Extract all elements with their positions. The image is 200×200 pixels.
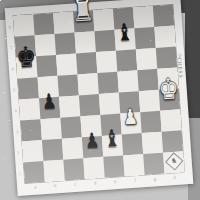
piece-black-bishop-f7[interactable]: ♝: [116, 20, 134, 44]
piece-black-bishop-e2[interactable]: ♝: [103, 126, 121, 150]
square-d1[interactable]: [83, 157, 104, 179]
square-b1[interactable]: [43, 160, 64, 182]
square-c3[interactable]: [60, 116, 81, 138]
square-d6[interactable]: [76, 52, 97, 74]
square-b8[interactable]: [33, 13, 54, 35]
square-h8[interactable]: [153, 5, 174, 27]
file-label-c: c: [74, 182, 77, 187]
square-f5[interactable]: [117, 70, 138, 92]
square-e4[interactable]: [99, 93, 120, 115]
square-a2[interactable]: [22, 140, 43, 162]
file-label-a: a: [34, 185, 37, 190]
square-g3[interactable]: [140, 111, 161, 133]
square-c5[interactable]: [57, 74, 78, 96]
rank-label-3: 3: [16, 129, 19, 134]
square-c4[interactable]: [59, 95, 80, 117]
square-a8[interactable]: [13, 14, 34, 36]
square-g5[interactable]: [137, 69, 158, 91]
photo-speckles: [0, 0, 1, 1]
photo-scene: ♜♝♚♟♚♟♟♝ abcdefgh 87654321 ◇CHESS ♞: [0, 0, 200, 200]
square-g1[interactable]: [143, 153, 164, 175]
rank-label-4: 4: [14, 108, 17, 113]
chessboard: ♜♝♚♟♚♟♟♝ abcdefgh 87654321 ◇CHESS ♞: [5, 0, 194, 196]
board-grid: ♜♝♚♟♚♟♟♝: [13, 5, 184, 184]
square-f6[interactable]: [116, 49, 137, 71]
rank-label-7: 7: [10, 45, 13, 50]
piece-white-rook-d8[interactable]: ♜: [70, 0, 96, 27]
square-e8[interactable]: [93, 9, 114, 31]
square-b7[interactable]: [35, 34, 56, 56]
file-label-g: g: [153, 176, 156, 181]
square-h7[interactable]: [154, 26, 175, 48]
square-g8[interactable]: [133, 6, 154, 28]
square-c7[interactable]: [55, 33, 76, 55]
square-a1[interactable]: [23, 161, 44, 183]
square-g4[interactable]: [139, 90, 160, 112]
square-h3[interactable]: [160, 109, 181, 131]
square-c2[interactable]: [62, 137, 83, 159]
square-a4[interactable]: [19, 98, 40, 120]
square-c1[interactable]: [63, 158, 84, 180]
square-a3[interactable]: [21, 119, 42, 141]
square-f1[interactable]: [123, 154, 144, 176]
square-d4[interactable]: [79, 94, 100, 116]
file-label-e: e: [114, 179, 117, 184]
square-e7[interactable]: [94, 30, 115, 52]
square-g6[interactable]: [136, 48, 157, 70]
rank-label-1: 1: [19, 171, 22, 176]
square-g7[interactable]: [134, 27, 155, 49]
rank-label-8: 8: [8, 24, 11, 29]
knight-logo-icon: ♞: [171, 158, 178, 165]
square-g2[interactable]: [142, 132, 163, 154]
rank-label-6: 6: [11, 66, 14, 71]
file-label-b: b: [54, 183, 57, 188]
file-label-h: h: [173, 175, 176, 180]
file-label-d: d: [94, 180, 97, 185]
piece-white-pawn-f3[interactable]: ♟: [123, 107, 139, 129]
square-a5[interactable]: [18, 77, 39, 99]
square-f2[interactable]: [122, 133, 143, 155]
square-h6[interactable]: [156, 47, 177, 69]
file-label-f: f: [134, 178, 136, 183]
square-e6[interactable]: [96, 51, 117, 73]
square-e5[interactable]: [97, 72, 118, 94]
rank-label-2: 2: [17, 150, 20, 155]
rank-label-5: 5: [13, 87, 16, 92]
square-b2[interactable]: [42, 139, 63, 161]
square-d5[interactable]: [77, 73, 98, 95]
piece-black-pawn-d2[interactable]: ♟: [84, 130, 100, 152]
piece-white-king-h4[interactable]: ♚: [158, 75, 180, 105]
square-c6[interactable]: [56, 54, 77, 76]
piece-black-pawn-b4[interactable]: ♟: [41, 91, 57, 113]
square-d7[interactable]: [75, 31, 96, 53]
piece-black-king-a6[interactable]: ♚: [15, 43, 37, 73]
square-h2[interactable]: [162, 130, 183, 152]
square-b3[interactable]: [40, 118, 61, 140]
square-e1[interactable]: [103, 155, 124, 177]
square-b6[interactable]: [36, 55, 57, 77]
